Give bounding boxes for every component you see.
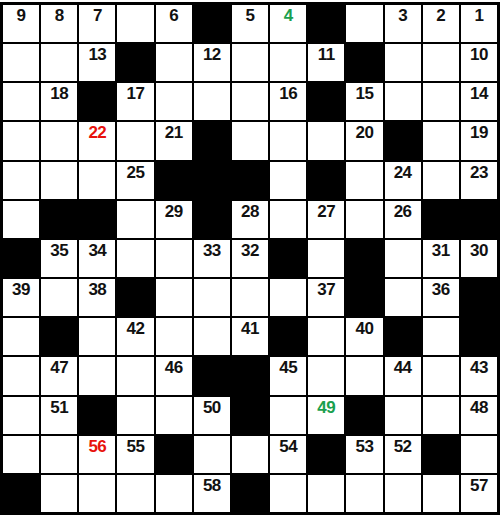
clue-number-25: 25 (127, 164, 145, 183)
clue-number-26: 26 (394, 203, 412, 222)
clue-number-4: 4 (284, 7, 293, 26)
cell-r12c11[interactable]: 52 (385, 436, 421, 473)
clue-number-46: 46 (165, 359, 183, 378)
clue-number-16: 16 (279, 85, 297, 104)
clue-number-30: 30 (470, 242, 488, 261)
clue-number-1: 1 (474, 7, 483, 26)
cell-r8c9[interactable]: 37 (308, 279, 344, 316)
cell-r13c4[interactable] (117, 475, 153, 512)
cell-r5c2[interactable] (41, 162, 77, 199)
cell-r1c3[interactable]: 7 (79, 5, 115, 42)
black-cell-r6c2 (41, 201, 77, 238)
black-cell-r11c7 (232, 397, 268, 434)
cell-r11c5[interactable] (156, 397, 192, 434)
cell-r1c2[interactable]: 8 (41, 5, 77, 42)
clue-number-17: 17 (127, 85, 145, 104)
cell-r5c4[interactable]: 25 (117, 162, 153, 199)
cell-r4c13[interactable]: 19 (461, 122, 497, 159)
cell-r7c7[interactable]: 32 (232, 240, 268, 277)
cell-r4c5[interactable]: 21 (156, 122, 192, 159)
black-cell-r4c11 (385, 122, 421, 159)
clue-number-20: 20 (355, 124, 373, 143)
black-cell-r6c6 (194, 201, 230, 238)
clue-number-33: 33 (203, 242, 221, 261)
cell-r7c11[interactable] (385, 240, 421, 277)
cell-r13c9[interactable] (308, 475, 344, 512)
cell-r2c2[interactable] (41, 44, 77, 81)
black-cell-r9c11 (385, 318, 421, 355)
clue-number-53: 53 (355, 438, 373, 457)
black-cell-r7c10 (346, 240, 382, 277)
cell-r1c13[interactable]: 1 (461, 5, 497, 42)
cell-r3c6[interactable] (194, 83, 230, 120)
cell-r13c13[interactable]: 57 (461, 475, 497, 512)
cell-r9c9[interactable] (308, 318, 344, 355)
cell-r7c12[interactable]: 31 (423, 240, 459, 277)
clue-number-40: 40 (355, 320, 373, 339)
cell-r10c9[interactable] (308, 357, 344, 394)
clue-number-48: 48 (470, 399, 488, 418)
black-cell-r3c9 (308, 83, 344, 120)
clue-number-13: 13 (88, 46, 106, 65)
cell-r3c12[interactable] (423, 83, 459, 120)
cell-r10c4[interactable] (117, 357, 153, 394)
cell-r3c7[interactable] (232, 83, 268, 120)
clue-number-29: 29 (165, 203, 183, 222)
clue-number-42: 42 (127, 320, 145, 339)
clue-number-55: 55 (127, 438, 145, 457)
clue-number-50: 50 (203, 399, 221, 418)
cell-r6c9[interactable]: 27 (308, 201, 344, 238)
cell-r8c2[interactable] (41, 279, 77, 316)
cell-r2c1[interactable] (3, 44, 39, 81)
cell-r5c1[interactable] (3, 162, 39, 199)
clue-number-8: 8 (55, 7, 64, 26)
clue-number-51: 51 (50, 399, 68, 418)
clue-number-35: 35 (50, 242, 68, 261)
black-cell-r8c4 (117, 279, 153, 316)
cell-r7c6[interactable]: 33 (194, 240, 230, 277)
cell-r4c4[interactable] (117, 122, 153, 159)
cell-r13c12[interactable] (423, 475, 459, 512)
clue-number-10: 10 (470, 46, 488, 65)
black-cell-r1c9 (308, 5, 344, 42)
clue-number-58: 58 (203, 477, 221, 496)
cell-r2c5[interactable] (156, 44, 192, 81)
black-cell-r7c1 (3, 240, 39, 277)
clue-number-44: 44 (394, 359, 412, 378)
black-cell-r1c6 (194, 5, 230, 42)
black-cell-r9c2 (41, 318, 77, 355)
cell-r1c11[interactable]: 3 (385, 5, 421, 42)
cell-r13c8[interactable] (270, 475, 306, 512)
black-cell-r6c13 (461, 201, 497, 238)
cell-r4c7[interactable] (232, 122, 268, 159)
black-cell-r11c10 (346, 397, 382, 434)
cell-r10c12[interactable] (423, 357, 459, 394)
cell-r10c13[interactable]: 43 (461, 357, 497, 394)
clue-number-32: 32 (241, 242, 259, 261)
cell-r12c1[interactable] (3, 436, 39, 473)
cell-r11c12[interactable] (423, 397, 459, 434)
black-cell-r9c8 (270, 318, 306, 355)
clue-number-11: 11 (318, 46, 335, 65)
cell-r2c8[interactable] (270, 44, 306, 81)
cell-r5c3[interactable] (79, 162, 115, 199)
cell-r13c11[interactable] (385, 475, 421, 512)
cell-r12c6[interactable] (194, 436, 230, 473)
cell-r11c1[interactable] (3, 397, 39, 434)
clue-number-49: 49 (317, 399, 335, 418)
black-cell-r4c6 (194, 122, 230, 159)
black-cell-r12c5 (156, 436, 192, 473)
black-cell-r5c6 (194, 162, 230, 199)
cell-r2c9[interactable]: 11 (308, 44, 344, 81)
cell-r1c8[interactable]: 4 (270, 5, 306, 42)
cell-r2c13[interactable]: 10 (461, 44, 497, 81)
cell-r1c10[interactable] (346, 5, 382, 42)
clue-number-23: 23 (470, 164, 488, 183)
cell-r10c10[interactable] (346, 357, 382, 394)
cell-r4c8[interactable] (270, 122, 306, 159)
cell-r7c3[interactable]: 34 (79, 240, 115, 277)
cell-r4c2[interactable] (41, 122, 77, 159)
black-cell-r10c6 (194, 357, 230, 394)
cell-r5c13[interactable]: 23 (461, 162, 497, 199)
cell-r9c4[interactable]: 42 (117, 318, 153, 355)
black-cell-r5c9 (308, 162, 344, 199)
cell-r13c6[interactable]: 58 (194, 475, 230, 512)
cell-r3c2[interactable]: 18 (41, 83, 77, 120)
crossword-board: 9876543211312111018171615142221201925242… (0, 0, 500, 515)
black-cell-r9c13 (461, 318, 497, 355)
cell-r9c7[interactable]: 41 (232, 318, 268, 355)
clue-number-57: 57 (470, 477, 488, 496)
cell-r8c7[interactable] (232, 279, 268, 316)
cell-r12c10[interactable]: 53 (346, 436, 382, 473)
cell-r8c5[interactable] (156, 279, 192, 316)
cell-r5c10[interactable] (346, 162, 382, 199)
clue-number-37: 37 (317, 281, 335, 300)
cell-r2c11[interactable] (385, 44, 421, 81)
cell-r6c1[interactable] (3, 201, 39, 238)
black-cell-r7c8 (270, 240, 306, 277)
cell-r12c8[interactable]: 54 (270, 436, 306, 473)
cell-r12c7[interactable] (232, 436, 268, 473)
clue-number-3: 3 (398, 7, 407, 26)
black-cell-r12c12 (423, 436, 459, 473)
cell-r8c6[interactable] (194, 279, 230, 316)
cell-r8c3[interactable]: 38 (79, 279, 115, 316)
black-cell-r3c3 (79, 83, 115, 120)
cell-r13c3[interactable] (79, 475, 115, 512)
cell-r2c12[interactable] (423, 44, 459, 81)
clue-number-56: 56 (88, 438, 106, 457)
cell-r10c11[interactable]: 44 (385, 357, 421, 394)
cell-r8c8[interactable] (270, 279, 306, 316)
clue-number-5: 5 (246, 7, 255, 26)
black-cell-r8c13 (461, 279, 497, 316)
cell-r10c1[interactable] (3, 357, 39, 394)
cell-r2c6[interactable]: 12 (194, 44, 230, 81)
cell-r9c3[interactable] (79, 318, 115, 355)
cell-r10c5[interactable]: 46 (156, 357, 192, 394)
clue-number-28: 28 (241, 203, 259, 222)
cell-r12c3[interactable]: 56 (79, 436, 115, 473)
cell-r6c4[interactable] (117, 201, 153, 238)
black-cell-r6c3 (79, 201, 115, 238)
cell-r1c5[interactable]: 6 (156, 5, 192, 42)
black-cell-r5c5 (156, 162, 192, 199)
cell-r4c3[interactable]: 22 (79, 122, 115, 159)
cell-r2c3[interactable]: 13 (79, 44, 115, 81)
cell-r13c5[interactable] (156, 475, 192, 512)
cell-r2c7[interactable] (232, 44, 268, 81)
clue-number-27: 27 (317, 203, 335, 222)
cell-r10c3[interactable] (79, 357, 115, 394)
clue-number-6: 6 (169, 7, 178, 26)
cell-r9c10[interactable]: 40 (346, 318, 382, 355)
cell-r4c1[interactable] (3, 122, 39, 159)
clue-number-15: 15 (355, 85, 373, 104)
cell-r1c4[interactable] (117, 5, 153, 42)
clue-number-43: 43 (470, 359, 488, 378)
cell-r4c12[interactable] (423, 122, 459, 159)
cell-r6c8[interactable] (270, 201, 306, 238)
cell-r10c2[interactable]: 47 (41, 357, 77, 394)
clue-number-38: 38 (88, 281, 106, 300)
cell-r11c9[interactable]: 49 (308, 397, 344, 434)
cell-r6c5[interactable]: 29 (156, 201, 192, 238)
clue-number-45: 45 (279, 359, 297, 378)
clue-number-9: 9 (17, 7, 26, 26)
cell-r8c12[interactable]: 36 (423, 279, 459, 316)
cell-r1c7[interactable]: 5 (232, 5, 268, 42)
black-cell-r8c10 (346, 279, 382, 316)
cell-r4c9[interactable] (308, 122, 344, 159)
black-cell-r10c7 (232, 357, 268, 394)
clue-number-14: 14 (470, 85, 488, 104)
cell-r4c10[interactable]: 20 (346, 122, 382, 159)
clue-number-2: 2 (436, 7, 445, 26)
cell-r3c11[interactable] (385, 83, 421, 120)
clue-number-19: 19 (470, 124, 488, 143)
clue-number-52: 52 (394, 438, 412, 457)
black-cell-r6c12 (423, 201, 459, 238)
clue-number-24: 24 (394, 164, 412, 183)
clue-number-39: 39 (12, 281, 30, 300)
clue-number-7: 7 (93, 7, 102, 26)
cell-r11c2[interactable]: 51 (41, 397, 77, 434)
clue-number-31: 31 (432, 242, 450, 261)
cell-r9c12[interactable] (423, 318, 459, 355)
black-cell-r11c3 (79, 397, 115, 434)
clue-number-18: 18 (50, 85, 68, 104)
black-cell-r13c1 (3, 475, 39, 512)
clue-number-36: 36 (432, 281, 450, 300)
cell-r12c2[interactable] (41, 436, 77, 473)
black-cell-r5c7 (232, 162, 268, 199)
cell-r9c1[interactable] (3, 318, 39, 355)
clue-number-12: 12 (203, 46, 221, 65)
cell-r6c10[interactable] (346, 201, 382, 238)
cell-r9c6[interactable] (194, 318, 230, 355)
cell-r8c11[interactable] (385, 279, 421, 316)
cell-r7c4[interactable] (117, 240, 153, 277)
crossword-grid: 9876543211312111018171615142221201925242… (0, 2, 500, 515)
cell-r8c1[interactable]: 39 (3, 279, 39, 316)
cell-r3c13[interactable]: 14 (461, 83, 497, 120)
cell-r3c5[interactable] (156, 83, 192, 120)
cell-r13c10[interactable] (346, 475, 382, 512)
black-cell-r2c4 (117, 44, 153, 81)
cell-r11c8[interactable] (270, 397, 306, 434)
cell-r6c11[interactable]: 26 (385, 201, 421, 238)
cell-r5c11[interactable]: 24 (385, 162, 421, 199)
black-cell-r13c7 (232, 475, 268, 512)
cell-r9c5[interactable] (156, 318, 192, 355)
cell-r11c6[interactable]: 50 (194, 397, 230, 434)
cell-r13c2[interactable] (41, 475, 77, 512)
clue-number-47: 47 (50, 359, 68, 378)
clue-number-21: 21 (165, 124, 183, 143)
cell-r11c4[interactable] (117, 397, 153, 434)
cell-r7c13[interactable]: 30 (461, 240, 497, 277)
cell-r3c10[interactable]: 15 (346, 83, 382, 120)
cell-r12c13[interactable] (461, 436, 497, 473)
clue-number-41: 41 (241, 320, 259, 339)
cell-r1c1[interactable]: 9 (3, 5, 39, 42)
cell-r12c4[interactable]: 55 (117, 436, 153, 473)
cell-r7c9[interactable] (308, 240, 344, 277)
cell-r10c8[interactable]: 45 (270, 357, 306, 394)
cell-r3c1[interactable] (3, 83, 39, 120)
cell-r1c12[interactable]: 2 (423, 5, 459, 42)
black-cell-r2c10 (346, 44, 382, 81)
clue-number-34: 34 (88, 242, 106, 261)
clue-number-22: 22 (88, 124, 106, 143)
clue-number-54: 54 (279, 438, 297, 457)
cell-r11c11[interactable] (385, 397, 421, 434)
cell-r7c5[interactable] (156, 240, 192, 277)
cell-r6c7[interactable]: 28 (232, 201, 268, 238)
cell-r3c8[interactable]: 16 (270, 83, 306, 120)
cell-r7c2[interactable]: 35 (41, 240, 77, 277)
black-cell-r12c9 (308, 436, 344, 473)
cell-r11c13[interactable]: 48 (461, 397, 497, 434)
cell-r5c8[interactable] (270, 162, 306, 199)
cell-r3c4[interactable]: 17 (117, 83, 153, 120)
cell-r5c12[interactable] (423, 162, 459, 199)
